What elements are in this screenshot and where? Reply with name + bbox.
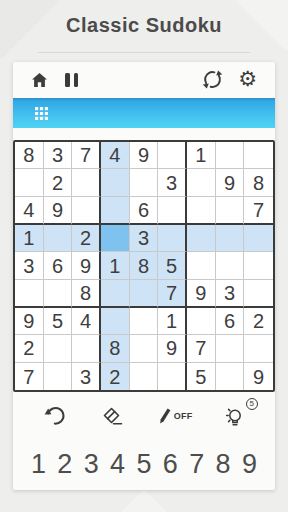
numpad-9[interactable]: 9 <box>242 451 257 478</box>
title-divider <box>38 52 250 53</box>
cell-r4c7[interactable] <box>187 225 216 253</box>
numpad-6[interactable]: 6 <box>163 451 178 478</box>
cell-r9c2[interactable] <box>44 363 73 391</box>
cell-r5c5[interactable]: 8 <box>130 252 159 280</box>
page-title: Classic Sudoku <box>0 14 288 37</box>
cell-r6c9[interactable] <box>244 280 273 308</box>
cell-r3c1[interactable]: 4 <box>15 197 44 225</box>
cell-r1c1[interactable]: 8 <box>15 142 44 170</box>
cell-r8c8[interactable] <box>216 335 245 363</box>
boards-grid-icon <box>35 107 48 120</box>
cell-r9c3[interactable]: 3 <box>72 363 101 391</box>
cell-r9c6[interactable] <box>158 363 187 391</box>
cell-r5c7[interactable] <box>187 252 216 280</box>
tools-row: OFF 5 <box>13 394 275 438</box>
home-button[interactable] <box>31 72 48 88</box>
numpad-3[interactable]: 3 <box>84 451 99 478</box>
cell-r7c8[interactable]: 6 <box>216 308 245 336</box>
cell-r6c1[interactable] <box>15 280 44 308</box>
cell-r9c8[interactable] <box>216 363 245 391</box>
undo-icon <box>43 405 68 427</box>
cell-r8c3[interactable] <box>72 335 101 363</box>
cell-r4c9[interactable] <box>244 225 273 253</box>
cell-r6c6[interactable]: 7 <box>158 280 187 308</box>
numpad-8[interactable]: 8 <box>216 451 231 478</box>
pencil-toggle-button[interactable]: OFF <box>157 407 193 426</box>
board-select-bar <box>13 98 275 128</box>
pencil-state-label: OFF <box>174 411 193 421</box>
cell-r7c7[interactable] <box>187 308 216 336</box>
cell-r7c6[interactable]: 1 <box>158 308 187 336</box>
cell-r3c3[interactable] <box>72 197 101 225</box>
cell-r6c3[interactable]: 8 <box>72 280 101 308</box>
cell-r8c2[interactable] <box>44 335 73 363</box>
cell-r5c8[interactable] <box>216 252 245 280</box>
sudoku-board: 8374912398496712336918587939541622897732… <box>13 140 275 393</box>
cell-r9c7[interactable]: 5 <box>187 363 216 391</box>
cell-r2c9[interactable]: 8 <box>244 169 273 197</box>
numpad-5[interactable]: 5 <box>136 451 151 478</box>
cell-r6c5[interactable] <box>130 280 159 308</box>
gear-icon: ⚙ <box>238 69 257 90</box>
cell-r6c4[interactable] <box>101 280 130 308</box>
cell-r7c4[interactable] <box>101 308 130 336</box>
pause-button[interactable] <box>65 73 78 87</box>
cell-r3c8[interactable] <box>216 197 245 225</box>
cell-r5c6[interactable]: 5 <box>158 252 187 280</box>
cell-r1c5[interactable]: 9 <box>130 142 159 170</box>
cell-r1c7[interactable]: 1 <box>187 142 216 170</box>
cell-r6c8[interactable]: 3 <box>216 280 245 308</box>
cell-r5c1[interactable]: 3 <box>15 252 44 280</box>
cell-r9c4[interactable]: 2 <box>101 363 130 391</box>
cell-r2c6[interactable]: 3 <box>158 169 187 197</box>
cell-r4c1[interactable]: 1 <box>15 225 44 253</box>
eraser-icon <box>100 407 124 426</box>
cell-r2c3[interactable] <box>72 169 101 197</box>
cell-r2c1[interactable] <box>15 169 44 197</box>
settings-button[interactable]: ⚙ <box>238 69 257 90</box>
cell-r7c2[interactable]: 5 <box>44 308 73 336</box>
pause-icon <box>74 73 79 87</box>
lightbulb-icon <box>225 405 245 428</box>
cell-r7c1[interactable]: 9 <box>15 308 44 336</box>
cell-r7c3[interactable]: 4 <box>72 308 101 336</box>
undo-button[interactable] <box>43 405 68 427</box>
pencil-icon <box>157 407 171 426</box>
cell-r5c2[interactable]: 6 <box>44 252 73 280</box>
cell-r7c5[interactable] <box>130 308 159 336</box>
eraser-button[interactable] <box>100 407 124 426</box>
cell-r3c2[interactable]: 9 <box>44 197 73 225</box>
cell-r9c9[interactable]: 9 <box>244 363 273 391</box>
cell-r1c6[interactable] <box>158 142 187 170</box>
cell-r8c7[interactable]: 7 <box>187 335 216 363</box>
hint-button[interactable]: 5 <box>225 405 245 428</box>
cell-r3c9[interactable]: 7 <box>244 197 273 225</box>
cell-r9c5[interactable] <box>130 363 159 391</box>
numpad: 123456789 <box>13 438 275 490</box>
cell-r3c4[interactable] <box>101 197 130 225</box>
background-diamond <box>0 489 288 512</box>
spacer <box>13 128 275 140</box>
cell-r4c8[interactable] <box>216 225 245 253</box>
cell-r8c9[interactable] <box>244 335 273 363</box>
home-icon <box>31 72 48 88</box>
cell-r6c7[interactable]: 9 <box>187 280 216 308</box>
boards-grid-button[interactable] <box>35 107 48 120</box>
cell-r9c1[interactable]: 7 <box>15 363 44 391</box>
cell-r5c9[interactable] <box>244 252 273 280</box>
cell-r1c3[interactable]: 7 <box>72 142 101 170</box>
cell-r8c1[interactable]: 2 <box>15 335 44 363</box>
cell-r7c9[interactable]: 2 <box>244 308 273 336</box>
numpad-2[interactable]: 2 <box>57 451 72 478</box>
restart-button[interactable] <box>202 69 223 90</box>
game-card: ⚙ 83749123984967123369185879395416228977… <box>13 62 275 490</box>
cell-r2c4[interactable] <box>101 169 130 197</box>
numpad-1[interactable]: 1 <box>31 451 46 478</box>
cell-r8c5[interactable] <box>130 335 159 363</box>
pause-icon <box>65 73 70 87</box>
cell-r2c2[interactable]: 2 <box>44 169 73 197</box>
hint-count-badge: 5 <box>246 398 258 410</box>
cell-r2c8[interactable]: 9 <box>216 169 245 197</box>
cell-r3c5[interactable]: 6 <box>130 197 159 225</box>
restart-icon <box>202 69 223 90</box>
cell-r8c6[interactable]: 9 <box>158 335 187 363</box>
cell-r4c3[interactable]: 2 <box>72 225 101 253</box>
cell-r4c4[interactable] <box>101 225 130 253</box>
cell-r5c3[interactable]: 9 <box>72 252 101 280</box>
cell-r2c5[interactable] <box>130 169 159 197</box>
cell-r1c4[interactable]: 4 <box>101 142 130 170</box>
cell-r8c4[interactable]: 8 <box>101 335 130 363</box>
cell-r4c6[interactable] <box>158 225 187 253</box>
numpad-4[interactable]: 4 <box>110 451 125 478</box>
cell-r5c4[interactable]: 1 <box>101 252 130 280</box>
cell-r4c5[interactable]: 3 <box>130 225 159 253</box>
cell-r3c6[interactable] <box>158 197 187 225</box>
cell-r6c2[interactable] <box>44 280 73 308</box>
cell-r3c7[interactable] <box>187 197 216 225</box>
cell-r1c9[interactable] <box>244 142 273 170</box>
cell-r4c2[interactable] <box>44 225 73 253</box>
cell-r1c8[interactable] <box>216 142 245 170</box>
cell-r2c7[interactable] <box>187 169 216 197</box>
cell-r1c2[interactable]: 3 <box>44 142 73 170</box>
numpad-7[interactable]: 7 <box>189 451 204 478</box>
top-toolbar: ⚙ <box>13 62 275 98</box>
